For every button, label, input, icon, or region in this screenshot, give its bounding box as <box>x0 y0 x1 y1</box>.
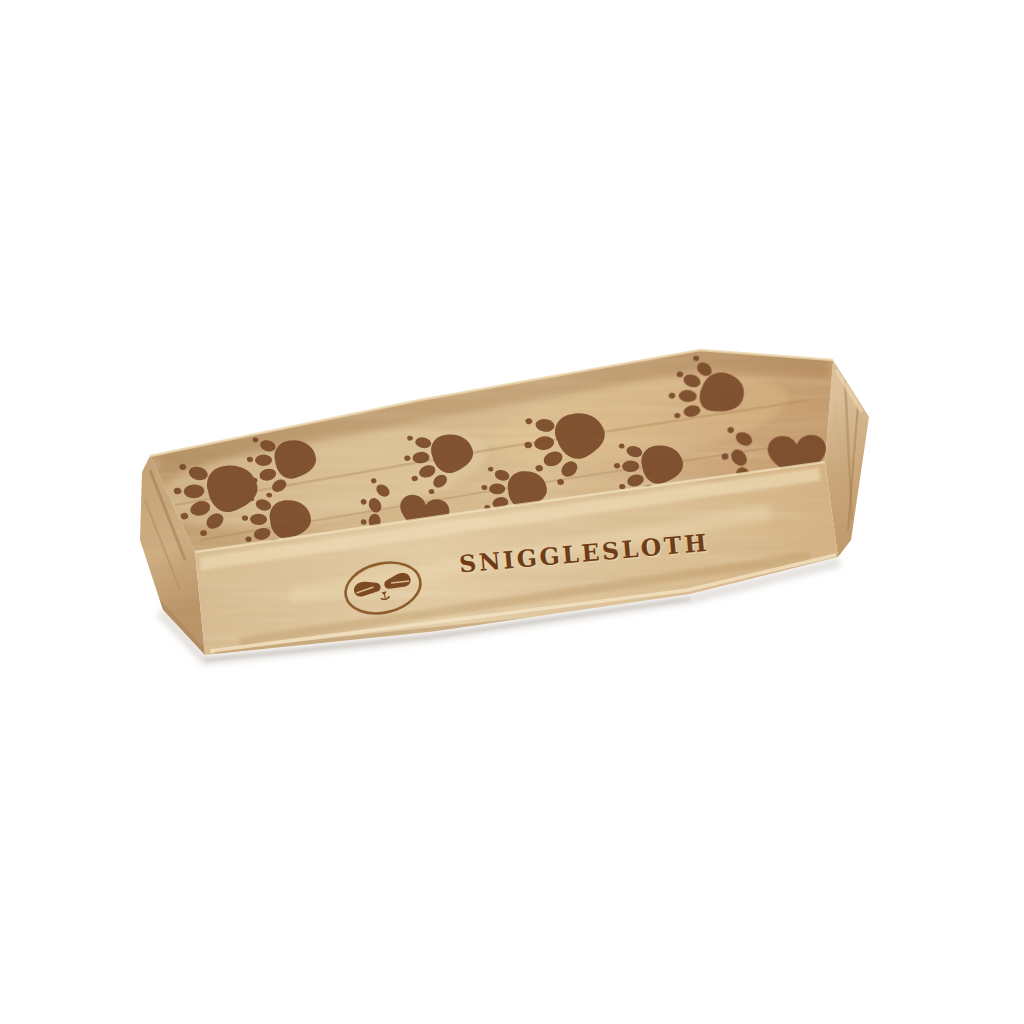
product-photo: SNIGGLESLOTH SNIGGLESLOTH <box>0 0 1024 1024</box>
stamp-photo-svg: SNIGGLESLOTH SNIGGLESLOTH <box>0 0 1024 1024</box>
